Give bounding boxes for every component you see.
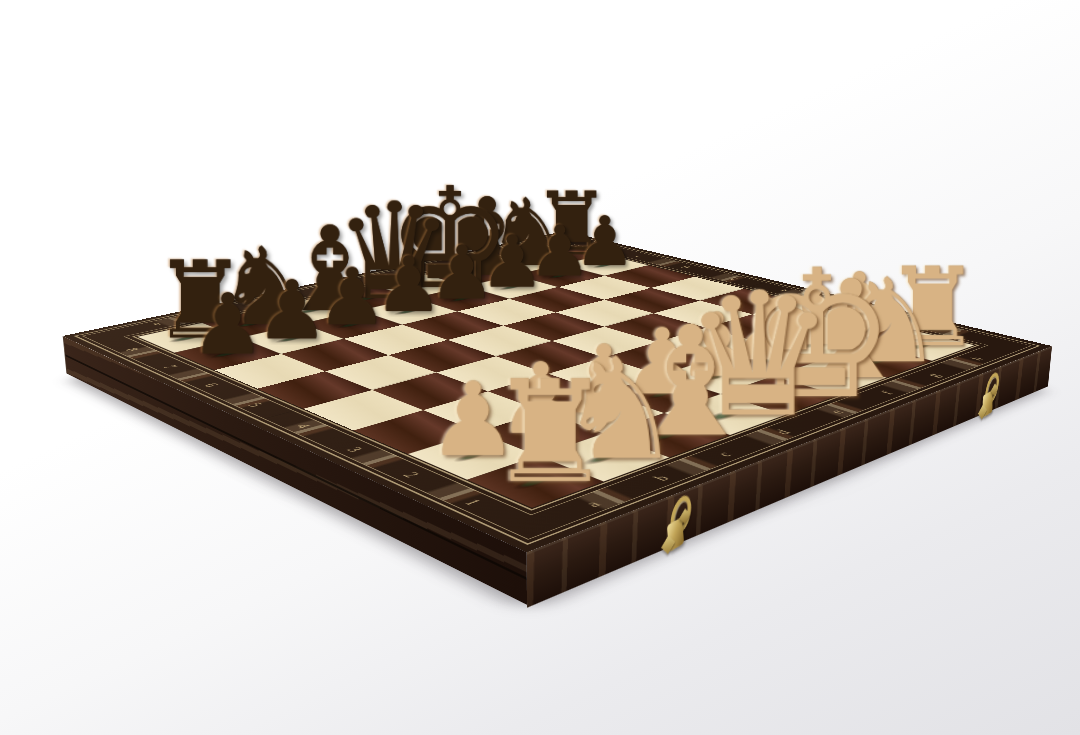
black-queen-d8: ♛ [334, 185, 401, 319]
square-a8: ♜ [138, 323, 241, 353]
file-label-a: a [582, 500, 604, 509]
black-king-e8: ♚ [388, 169, 453, 308]
piece-shadow [442, 446, 501, 466]
piece-shadow [223, 317, 278, 331]
piece-shadow [440, 294, 483, 305]
black-rook-h8: ♜ [532, 181, 592, 269]
square-g1: ♞ [822, 344, 932, 377]
piece-shadow [491, 282, 532, 292]
file-label-h: h [967, 356, 986, 361]
rank-label-4: 4 [777, 289, 792, 293]
file-label-g: g [924, 372, 944, 378]
piece-shadow [577, 405, 629, 422]
rank-label-2: 2 [399, 471, 422, 479]
file-label-c: c [714, 450, 735, 458]
file-label-e: e [827, 409, 847, 415]
rank-label-1: 1 [461, 498, 485, 507]
black-pawn-f7: ♟ [480, 226, 545, 298]
piece-shadow [495, 260, 539, 270]
file-label-f: f [878, 390, 896, 396]
file-label-d: d [327, 285, 341, 289]
rank-label-3: 3 [831, 302, 846, 306]
piece-shadow [284, 304, 336, 317]
piece-shadow [158, 331, 215, 346]
piece-shadow [499, 470, 568, 495]
black-bishop-c8: ♝ [277, 211, 346, 328]
file-label-g: g [477, 253, 490, 256]
rank-label-5: 5 [727, 277, 741, 281]
rank-label-8: 8 [122, 347, 141, 352]
brass-clasp-icon [663, 494, 692, 576]
piece-shadow [512, 425, 567, 444]
studio-scene: abcdefgh abcdefgh 87654321 87654321 ♜♞♝♛… [0, 0, 1080, 735]
rank-label-2: 2 [888, 315, 903, 319]
square-h1: ♜ [868, 330, 974, 361]
piece-shadow [745, 353, 790, 367]
file-label-e: e [380, 274, 393, 278]
rank-label-6: 6 [679, 265, 693, 268]
piece-shadow [746, 385, 810, 407]
piece-shadow [540, 250, 582, 260]
piece-shadow [570, 447, 635, 470]
piece-shadow [897, 338, 944, 353]
file-label-f: f [431, 263, 443, 266]
piece-shadow [385, 306, 430, 317]
piece-shadow [585, 261, 623, 270]
white-pawn-h2: ♟ [823, 262, 895, 342]
piece-shadow [328, 319, 375, 331]
file-label-h: h [522, 244, 535, 247]
rank-label-6: 6 [201, 382, 221, 388]
file-label-a: a [151, 322, 165, 326]
piece-shadow [539, 271, 578, 281]
square-f1: ♝ [773, 360, 886, 396]
piece-shadow [266, 333, 315, 346]
piece-shadow [693, 369, 740, 384]
chess-board: abcdefgh abcdefgh 87654321 87654321 ♜♞♝♛… [63, 231, 1052, 552]
rank-label-7: 7 [634, 255, 648, 258]
black-knight-b8: ♞ [217, 233, 288, 341]
black-bishop-f8: ♝ [439, 184, 502, 292]
piece-shadow [446, 270, 492, 281]
rank-label-7: 7 [160, 364, 179, 369]
piece-shadow [839, 324, 880, 336]
piece-shadow [200, 347, 251, 361]
black-pawn-h7: ♟ [574, 207, 636, 275]
file-label-c: c [272, 296, 286, 300]
piece-shadow [635, 425, 696, 446]
rank-label-8: 8 [592, 244, 605, 247]
rank-label-5: 5 [244, 402, 265, 408]
rank-label-3: 3 [343, 446, 365, 453]
piece-shadow [852, 353, 901, 369]
rank-label-4: 4 [292, 423, 313, 430]
white-rook-h1: ♜ [884, 253, 959, 362]
file-label-b: b [650, 474, 672, 482]
black-knight-g8: ♞ [487, 186, 549, 279]
board-top-surface: abcdefgh abcdefgh 87654321 87654321 ♜♞♝♛… [63, 231, 1052, 552]
rank-label-1: 1 [949, 330, 965, 335]
piece-shadow [637, 386, 686, 402]
black-rook-a8: ♜ [152, 247, 225, 354]
piece-shadow [690, 404, 758, 428]
file-label-b: b [213, 309, 227, 313]
file-label-d: d [772, 429, 793, 436]
piece-shadow [793, 338, 836, 351]
piece-shadow [804, 369, 856, 386]
